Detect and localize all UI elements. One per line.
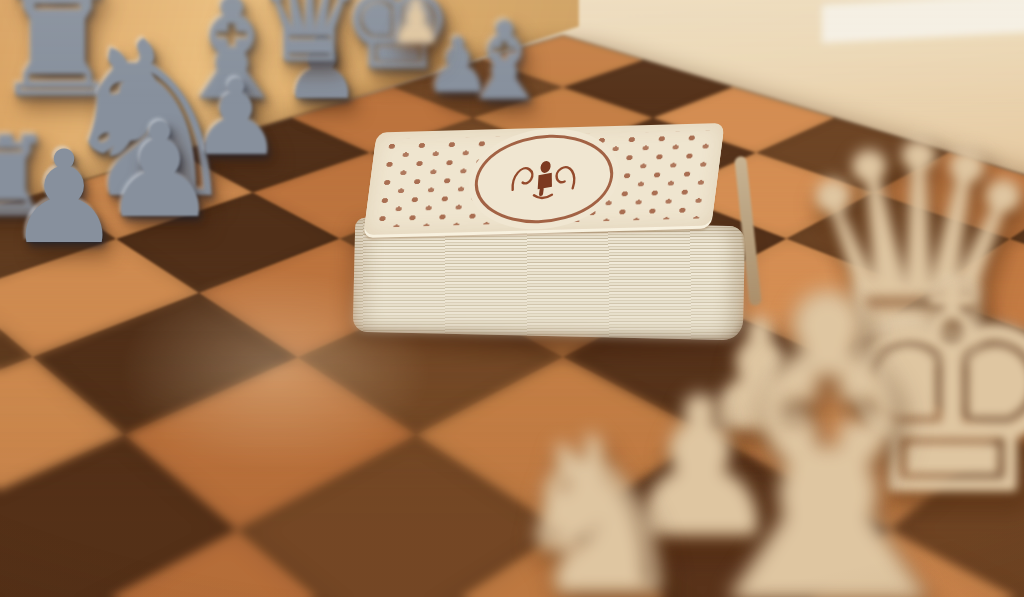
cream-bishop-piece[interactable]: ♝ <box>640 245 1017 597</box>
medallion-figure-icon <box>503 154 585 204</box>
gray-bishop-piece[interactable]: ♝ <box>457 8 554 116</box>
cream-pawn-piece[interactable]: ♟ <box>389 0 443 52</box>
wall-trim <box>822 0 1024 43</box>
scene: ♜♜♞♟♟♝♟♟♛♚♟♝ <box>0 0 1024 597</box>
